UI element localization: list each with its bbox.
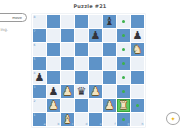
move-pill-button[interactable]: move [0, 13, 27, 22]
rank-label: 8 [34, 16, 36, 19]
square-e3[interactable]: ♟ [89, 85, 102, 98]
move-dot[interactable] [122, 90, 125, 93]
square-b2[interactable]: ♟ [47, 99, 60, 112]
move-dot[interactable] [136, 104, 139, 107]
square-f7[interactable] [103, 29, 116, 42]
move-dot[interactable] [122, 34, 125, 37]
square-f6[interactable] [103, 43, 116, 56]
lightbulb-icon: ✦ [170, 116, 175, 122]
square-a2[interactable]: 2 [33, 99, 46, 112]
rank-label: 2 [34, 100, 36, 103]
black-pawn[interactable]: ♟ [89, 29, 102, 42]
square-f3[interactable] [103, 85, 116, 98]
square-b8[interactable] [47, 15, 60, 28]
square-a3[interactable]: 3 [33, 85, 46, 98]
square-h2[interactable] [131, 99, 144, 112]
square-a6[interactable]: 6 [33, 43, 46, 56]
square-c7[interactable] [61, 29, 74, 42]
square-a7[interactable]: 7 [33, 29, 46, 42]
white-knight[interactable]: ♞ [131, 43, 144, 56]
file-label: e [100, 123, 102, 126]
black-pawn[interactable]: ♟ [33, 71, 46, 84]
status-text: ing. [1, 27, 8, 32]
square-g7[interactable] [117, 29, 130, 42]
square-g5[interactable] [117, 57, 130, 70]
file-label: g [128, 123, 130, 126]
square-b4[interactable] [47, 71, 60, 84]
square-g8[interactable] [117, 15, 130, 28]
page-title: Puzzle #21 [0, 3, 180, 9]
move-dot[interactable] [122, 20, 125, 23]
square-h4[interactable] [131, 71, 144, 84]
square-e5[interactable] [89, 57, 102, 70]
square-c8[interactable] [61, 15, 74, 28]
white-pawn[interactable]: ♟ [103, 99, 116, 112]
move-dot[interactable] [122, 118, 125, 121]
square-d7[interactable] [75, 29, 88, 42]
rank-label: 5 [34, 58, 36, 61]
square-b7[interactable] [47, 29, 60, 42]
square-d3[interactable]: ♛ [75, 85, 88, 98]
hint-button[interactable]: ✦ [166, 112, 180, 125]
square-g4[interactable] [117, 71, 130, 84]
square-d5[interactable] [75, 57, 88, 70]
rank-label: 7 [34, 30, 36, 33]
square-h8[interactable] [131, 15, 144, 28]
white-pawn[interactable]: ♟ [47, 99, 60, 112]
black-bishop[interactable]: ♝ [103, 15, 116, 28]
square-f5[interactable] [103, 57, 116, 70]
move-pill-button-label: move [12, 15, 22, 20]
square-c2[interactable] [61, 99, 74, 112]
square-e7[interactable]: ♟ [89, 29, 102, 42]
square-h1[interactable]: h [131, 113, 144, 126]
move-dot[interactable] [122, 62, 125, 65]
square-c5[interactable] [61, 57, 74, 70]
square-a4[interactable]: 4♟ [33, 71, 46, 84]
square-d8[interactable] [75, 15, 88, 28]
square-d2[interactable] [75, 99, 88, 112]
square-e4[interactable] [89, 71, 102, 84]
square-g6[interactable] [117, 43, 130, 56]
rank-label: 6 [34, 44, 36, 47]
white-rook[interactable]: ♜ [117, 99, 130, 112]
white-bishop[interactable]: ♝ [61, 113, 74, 126]
file-label: f [114, 123, 115, 126]
white-pawn[interactable]: ♟ [89, 85, 102, 98]
square-e8[interactable] [89, 15, 102, 28]
square-d4[interactable] [75, 71, 88, 84]
square-d1[interactable]: d [75, 113, 88, 126]
square-a5[interactable]: 5 [33, 57, 46, 70]
move-dot[interactable] [122, 76, 125, 79]
square-f8[interactable]: ♝ [103, 15, 116, 28]
file-label: a [44, 123, 46, 126]
square-b6[interactable] [47, 43, 60, 56]
file-label: b [58, 123, 60, 126]
square-g1[interactable]: g [117, 113, 130, 126]
square-e1[interactable]: e [89, 113, 102, 126]
square-f1[interactable]: f [103, 113, 116, 126]
square-e2[interactable] [89, 99, 102, 112]
square-c1[interactable]: c♝ [61, 113, 74, 126]
square-f4[interactable] [103, 71, 116, 84]
square-g3[interactable] [117, 85, 130, 98]
rank-label: 1 [34, 114, 36, 117]
square-b3[interactable]: ♟ [47, 85, 60, 98]
square-g2[interactable]: ♜ [117, 99, 130, 112]
black-pawn[interactable]: ♟ [131, 29, 144, 42]
square-a1[interactable]: 1a [33, 113, 46, 126]
square-d6[interactable] [75, 43, 88, 56]
square-b5[interactable] [47, 57, 60, 70]
move-dot[interactable] [122, 48, 125, 51]
black-queen[interactable]: ♛ [75, 85, 88, 98]
square-h3[interactable] [131, 85, 144, 98]
square-h6[interactable]: ♞ [131, 43, 144, 56]
black-pawn[interactable]: ♟ [47, 85, 60, 98]
square-a8[interactable]: 8 [33, 15, 46, 28]
square-c3[interactable]: ♟ [61, 85, 74, 98]
square-c4[interactable] [61, 71, 74, 84]
chess-board[interactable]: 8♝7♟♟6♞54♟3♟♟♛♟2♟♟♜1abc♝defgh [33, 15, 144, 126]
square-e6[interactable] [89, 43, 102, 56]
rank-label: 3 [34, 86, 36, 89]
square-h5[interactable] [131, 57, 144, 70]
white-pawn[interactable]: ♟ [61, 85, 74, 98]
square-c6[interactable] [61, 43, 74, 56]
square-b1[interactable]: b [47, 113, 60, 126]
square-f2[interactable]: ♟ [103, 99, 116, 112]
file-label: d [86, 123, 88, 126]
file-label: h [142, 123, 144, 126]
square-h7[interactable]: ♟ [131, 29, 144, 42]
